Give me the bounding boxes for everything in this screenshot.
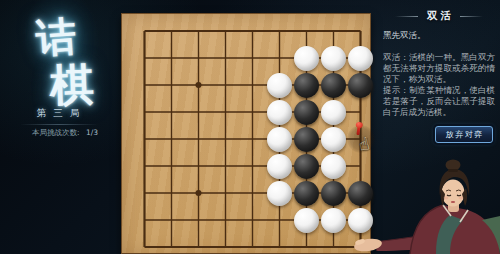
puzzle-title-row: 双活: [380, 9, 498, 23]
challenge-counter: 本局挑战次数: 1/3: [0, 128, 115, 138]
black-stone: [294, 154, 319, 179]
give-up-button[interactable]: 放弃对弈: [435, 126, 493, 143]
white-stone: [321, 127, 346, 152]
divider: [20, 124, 98, 125]
white-stone: [321, 208, 346, 233]
white-stone: [267, 73, 292, 98]
black-stone: [294, 181, 319, 206]
white-stone: [267, 100, 292, 125]
title-ornament-right: [460, 16, 483, 17]
white-stone: [294, 208, 319, 233]
puzzle-info-panel: 双活 黑先双活。 双活：活棋的一种。黑白双方都无法将对方提取或杀死的情况下，称为…: [380, 9, 498, 119]
white-stone: [267, 154, 292, 179]
black-stone: [294, 73, 319, 98]
white-stone: [267, 127, 292, 152]
white-stone: [348, 46, 373, 71]
character-illustration: [350, 150, 500, 254]
hint-text: 提示：制造某种情况，使白棋若是落子，反而会让黑子提取白子后成为活棋。: [383, 85, 495, 117]
black-stone: [321, 73, 346, 98]
white-stone: [321, 154, 346, 179]
black-stone: [321, 181, 346, 206]
puzzle-description: 双活：活棋的一种。黑白双方都无法将对方提取或杀死的情况下，称为双活。 提示：制造…: [380, 52, 498, 118]
challenge-label: 本局挑战次数:: [32, 128, 80, 138]
go-board[interactable]: ☝: [121, 13, 371, 254]
puzzle-title: 双活: [424, 9, 454, 23]
challenge-value: 1/3: [86, 128, 98, 138]
definition-text: 双活：活棋的一种。黑白双方都无法将对方提取或杀死的情况下，称为双活。: [383, 52, 495, 84]
puzzle-objective: 黑先双活。: [380, 30, 498, 42]
game-screen: 诘 棋 第三局 本局挑战次数: 1/3 ☝ 双活 黑先双活。 双活：活棋的一种。…: [0, 0, 500, 254]
round-label: 第三局: [0, 107, 116, 120]
white-stone: [267, 181, 292, 206]
title-ornament-left: [395, 16, 418, 17]
black-stone: [348, 73, 373, 98]
black-stone: [294, 127, 319, 152]
white-stone: [321, 46, 346, 71]
white-stone: [294, 46, 319, 71]
black-stone: [294, 100, 319, 125]
white-stone: [321, 100, 346, 125]
